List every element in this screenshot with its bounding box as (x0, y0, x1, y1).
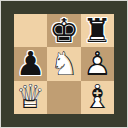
white-knight-fill-glyph: ♞ (49, 47, 79, 80)
white-queen-fill-glyph: ♛ (16, 80, 46, 113)
white-bishop-fill-glyph: ♝ (83, 80, 113, 113)
square-r1c2[interactable]: ♟ ♙ (81, 47, 114, 80)
square-r2c1-empty[interactable] (47, 81, 80, 114)
square-r2c0[interactable]: ♛ ♕ (14, 81, 47, 114)
black-pawn-fill-glyph: ♟ (16, 47, 46, 80)
chess-app-screenshot: ♚ ♚ ♜ ♜ ♟ ♟ ♞ ♘ (0, 0, 128, 128)
black-pawn[interactable]: ♟ ♟ (14, 47, 47, 80)
black-king[interactable]: ♚ ♚ (47, 14, 80, 47)
square-r2c2[interactable]: ♝ ♗ (81, 81, 114, 114)
black-rook-glyph: ♜ (83, 13, 113, 46)
square-r1c1[interactable]: ♞ ♘ (47, 47, 80, 80)
black-rook[interactable]: ♜ ♜ (81, 14, 114, 47)
white-queen[interactable]: ♛ ♕ (14, 81, 47, 114)
square-r1c0[interactable]: ♟ ♟ (14, 47, 47, 80)
white-knight-glyph: ♘ (49, 47, 79, 80)
black-king-glyph: ♚ (49, 13, 79, 46)
black-king-fill-glyph: ♚ (49, 13, 79, 46)
square-r0c1[interactable]: ♚ ♚ (47, 14, 80, 47)
white-queen-glyph: ♕ (16, 80, 46, 113)
white-bishop[interactable]: ♝ ♗ (81, 81, 114, 114)
black-rook-fill-glyph: ♜ (83, 13, 113, 46)
square-r0c2[interactable]: ♜ ♜ (81, 14, 114, 47)
black-pawn-glyph: ♟ (16, 47, 46, 80)
white-bishop-glyph: ♗ (83, 80, 113, 113)
white-pawn-fill-glyph: ♟ (83, 47, 113, 80)
white-pawn-glyph: ♙ (83, 47, 113, 80)
chess-board: ♚ ♚ ♜ ♜ ♟ ♟ ♞ ♘ (14, 14, 114, 114)
white-knight[interactable]: ♞ ♘ (47, 47, 80, 80)
white-pawn[interactable]: ♟ ♙ (81, 47, 114, 80)
square-r0c0-empty[interactable] (14, 14, 47, 47)
board-frame: ♚ ♚ ♜ ♜ ♟ ♟ ♞ ♘ (1, 1, 127, 127)
